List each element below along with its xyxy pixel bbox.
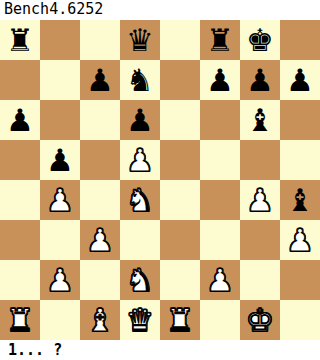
square-f7[interactable]: ♟ bbox=[200, 60, 240, 100]
black-pawn: ♟ bbox=[126, 100, 154, 140]
square-d5[interactable]: ♟ bbox=[120, 140, 160, 180]
chess-board: ♜♛♜♚♟♞♟♟♟♟♟♝♟♟♟♞♟♝♟♟♟♞♟♜♝♛♜♚ bbox=[0, 20, 320, 340]
square-e3[interactable] bbox=[160, 220, 200, 260]
square-a8[interactable]: ♜ bbox=[0, 20, 40, 60]
square-c5[interactable] bbox=[80, 140, 120, 180]
square-b5[interactable]: ♟ bbox=[40, 140, 80, 180]
square-g1[interactable]: ♚ bbox=[240, 300, 280, 340]
square-a5[interactable] bbox=[0, 140, 40, 180]
square-g4[interactable]: ♟ bbox=[240, 180, 280, 220]
square-h6[interactable] bbox=[280, 100, 320, 140]
square-b6[interactable] bbox=[40, 100, 80, 140]
white-pawn: ♟ bbox=[126, 140, 154, 180]
white-pawn: ♟ bbox=[206, 260, 234, 300]
white-rook: ♜ bbox=[166, 300, 194, 340]
square-d3[interactable] bbox=[120, 220, 160, 260]
square-h2[interactable] bbox=[280, 260, 320, 300]
white-pawn: ♟ bbox=[246, 180, 274, 220]
square-c6[interactable] bbox=[80, 100, 120, 140]
white-rook: ♜ bbox=[6, 300, 34, 340]
square-f3[interactable] bbox=[200, 220, 240, 260]
black-king: ♚ bbox=[246, 20, 274, 60]
square-g2[interactable] bbox=[240, 260, 280, 300]
square-g5[interactable] bbox=[240, 140, 280, 180]
square-e4[interactable] bbox=[160, 180, 200, 220]
diagram-title: Bench4.6252 bbox=[0, 0, 320, 20]
square-a2[interactable] bbox=[0, 260, 40, 300]
white-pawn: ♟ bbox=[286, 220, 314, 260]
square-h3[interactable]: ♟ bbox=[280, 220, 320, 260]
square-c2[interactable] bbox=[80, 260, 120, 300]
square-h5[interactable] bbox=[280, 140, 320, 180]
square-h4[interactable]: ♝ bbox=[280, 180, 320, 220]
square-a3[interactable] bbox=[0, 220, 40, 260]
square-g7[interactable]: ♟ bbox=[240, 60, 280, 100]
square-e7[interactable] bbox=[160, 60, 200, 100]
white-pawn: ♟ bbox=[86, 220, 114, 260]
square-d1[interactable]: ♛ bbox=[120, 300, 160, 340]
white-knight: ♞ bbox=[126, 260, 154, 300]
square-b2[interactable]: ♟ bbox=[40, 260, 80, 300]
black-pawn: ♟ bbox=[46, 140, 74, 180]
square-e2[interactable] bbox=[160, 260, 200, 300]
square-e1[interactable]: ♜ bbox=[160, 300, 200, 340]
square-d4[interactable]: ♞ bbox=[120, 180, 160, 220]
square-b3[interactable] bbox=[40, 220, 80, 260]
square-g3[interactable] bbox=[240, 220, 280, 260]
square-e8[interactable] bbox=[160, 20, 200, 60]
square-b1[interactable] bbox=[40, 300, 80, 340]
square-e6[interactable] bbox=[160, 100, 200, 140]
black-rook: ♜ bbox=[6, 20, 34, 60]
square-e5[interactable] bbox=[160, 140, 200, 180]
square-d7[interactable]: ♞ bbox=[120, 60, 160, 100]
square-f2[interactable]: ♟ bbox=[200, 260, 240, 300]
square-f4[interactable] bbox=[200, 180, 240, 220]
black-knight: ♞ bbox=[126, 60, 154, 100]
black-pawn: ♟ bbox=[286, 60, 314, 100]
white-king: ♚ bbox=[246, 300, 274, 340]
black-pawn: ♟ bbox=[206, 60, 234, 100]
chess-diagram-window: Bench4.6252 ♜♛♜♚♟♞♟♟♟♟♟♝♟♟♟♞♟♝♟♟♟♞♟♜♝♛♜♚… bbox=[0, 0, 320, 360]
square-d8[interactable]: ♛ bbox=[120, 20, 160, 60]
square-b8[interactable] bbox=[40, 20, 80, 60]
square-h8[interactable] bbox=[280, 20, 320, 60]
square-h1[interactable] bbox=[280, 300, 320, 340]
black-bishop: ♝ bbox=[286, 180, 314, 220]
white-bishop: ♝ bbox=[86, 300, 114, 340]
white-pawn: ♟ bbox=[46, 180, 74, 220]
square-c8[interactable] bbox=[80, 20, 120, 60]
square-c7[interactable]: ♟ bbox=[80, 60, 120, 100]
black-bishop: ♝ bbox=[246, 100, 274, 140]
square-b7[interactable] bbox=[40, 60, 80, 100]
square-a1[interactable]: ♜ bbox=[0, 300, 40, 340]
move-prompt: 1... ? bbox=[0, 340, 320, 360]
square-f5[interactable] bbox=[200, 140, 240, 180]
square-h7[interactable]: ♟ bbox=[280, 60, 320, 100]
square-b4[interactable]: ♟ bbox=[40, 180, 80, 220]
square-a6[interactable]: ♟ bbox=[0, 100, 40, 140]
black-pawn: ♟ bbox=[6, 100, 34, 140]
white-pawn: ♟ bbox=[46, 260, 74, 300]
black-queen: ♛ bbox=[126, 20, 154, 60]
square-d2[interactable]: ♞ bbox=[120, 260, 160, 300]
square-f6[interactable] bbox=[200, 100, 240, 140]
white-queen: ♛ bbox=[126, 300, 154, 340]
square-g6[interactable]: ♝ bbox=[240, 100, 280, 140]
square-f1[interactable] bbox=[200, 300, 240, 340]
square-c4[interactable] bbox=[80, 180, 120, 220]
square-d6[interactable]: ♟ bbox=[120, 100, 160, 140]
square-c1[interactable]: ♝ bbox=[80, 300, 120, 340]
white-knight: ♞ bbox=[126, 180, 154, 220]
square-g8[interactable]: ♚ bbox=[240, 20, 280, 60]
square-a7[interactable] bbox=[0, 60, 40, 100]
square-a4[interactable] bbox=[0, 180, 40, 220]
square-c3[interactable]: ♟ bbox=[80, 220, 120, 260]
black-rook: ♜ bbox=[206, 20, 234, 60]
square-f8[interactable]: ♜ bbox=[200, 20, 240, 60]
black-pawn: ♟ bbox=[86, 60, 114, 100]
black-pawn: ♟ bbox=[246, 60, 274, 100]
